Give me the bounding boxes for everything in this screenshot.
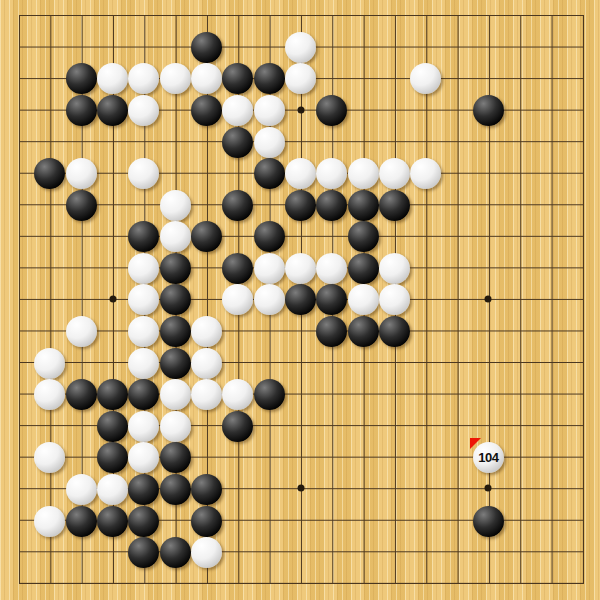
black-stone: [222, 411, 253, 442]
black-stone: [473, 95, 504, 126]
white-stone: [254, 127, 285, 158]
white-stone: [191, 316, 222, 347]
black-stone: [191, 221, 222, 252]
black-stone: [34, 158, 65, 189]
white-stone: [348, 158, 379, 189]
black-stone: [222, 190, 253, 221]
white-stone: [128, 411, 159, 442]
black-stone: [128, 221, 159, 252]
white-stone: [222, 284, 253, 315]
black-stone: [97, 442, 128, 473]
white-stone: 104: [473, 442, 504, 473]
black-stone: [254, 379, 285, 410]
white-stone: [191, 379, 222, 410]
black-stone: [222, 63, 253, 94]
white-stone: [285, 253, 316, 284]
black-stone: [160, 537, 191, 568]
black-stone: [97, 506, 128, 537]
white-stone: [285, 32, 316, 63]
black-stone: [191, 506, 222, 537]
black-stone: [348, 190, 379, 221]
white-stone: [410, 158, 441, 189]
black-stone: [254, 158, 285, 189]
white-stone: [379, 284, 410, 315]
white-stone: [128, 348, 159, 379]
white-stone: [128, 442, 159, 473]
white-stone: [191, 348, 222, 379]
white-stone: [128, 63, 159, 94]
white-stone: [34, 442, 65, 473]
white-stone: [160, 379, 191, 410]
black-stone: [66, 190, 97, 221]
black-stone: [160, 253, 191, 284]
stones-layer: 104: [3, 0, 598, 600]
black-stone: [128, 537, 159, 568]
black-stone: [160, 348, 191, 379]
white-stone: [379, 158, 410, 189]
black-stone: [348, 316, 379, 347]
black-stone: [316, 190, 347, 221]
black-stone: [128, 506, 159, 537]
black-stone: [348, 253, 379, 284]
black-stone: [191, 474, 222, 505]
white-stone: [254, 253, 285, 284]
black-stone: [128, 379, 159, 410]
black-stone: [160, 474, 191, 505]
black-stone: [160, 284, 191, 315]
white-stone: [66, 316, 97, 347]
white-stone: [254, 95, 285, 126]
white-stone: [97, 474, 128, 505]
white-stone: [316, 253, 347, 284]
white-stone: [254, 284, 285, 315]
black-stone: [254, 221, 285, 252]
white-stone: [66, 474, 97, 505]
white-stone: [285, 63, 316, 94]
black-stone: [66, 379, 97, 410]
white-stone: [410, 63, 441, 94]
go-board[interactable]: 104: [0, 0, 600, 600]
black-stone: [316, 316, 347, 347]
white-stone: [128, 158, 159, 189]
white-stone: [128, 316, 159, 347]
white-stone: [34, 506, 65, 537]
white-stone: [285, 158, 316, 189]
black-stone: [379, 190, 410, 221]
white-stone: [34, 348, 65, 379]
white-stone: [128, 284, 159, 315]
black-stone: [160, 316, 191, 347]
black-stone: [160, 442, 191, 473]
black-stone: [97, 379, 128, 410]
white-stone: [97, 63, 128, 94]
black-stone: [285, 190, 316, 221]
white-stone: [128, 95, 159, 126]
black-stone: [285, 284, 316, 315]
black-stone: [473, 506, 504, 537]
black-stone: [191, 95, 222, 126]
black-stone: [316, 284, 347, 315]
black-stone: [316, 95, 347, 126]
white-stone: [222, 95, 253, 126]
black-stone: [222, 253, 253, 284]
white-stone: [34, 379, 65, 410]
white-stone: [160, 190, 191, 221]
black-stone: [191, 32, 222, 63]
black-stone: [254, 63, 285, 94]
white-stone: [128, 253, 159, 284]
black-stone: [348, 221, 379, 252]
black-stone: [66, 95, 97, 126]
black-stone: [66, 506, 97, 537]
white-stone: [316, 158, 347, 189]
white-stone: [191, 537, 222, 568]
white-stone: [191, 63, 222, 94]
white-stone: [379, 253, 410, 284]
move-number-label: 104: [473, 442, 504, 473]
white-stone: [160, 63, 191, 94]
black-stone: [128, 474, 159, 505]
white-stone: [160, 221, 191, 252]
white-stone: [222, 379, 253, 410]
black-stone: [222, 127, 253, 158]
black-stone: [379, 316, 410, 347]
black-stone: [66, 63, 97, 94]
black-stone: [97, 411, 128, 442]
white-stone: [160, 411, 191, 442]
white-stone: [66, 158, 97, 189]
black-stone: [97, 95, 128, 126]
white-stone: [348, 284, 379, 315]
